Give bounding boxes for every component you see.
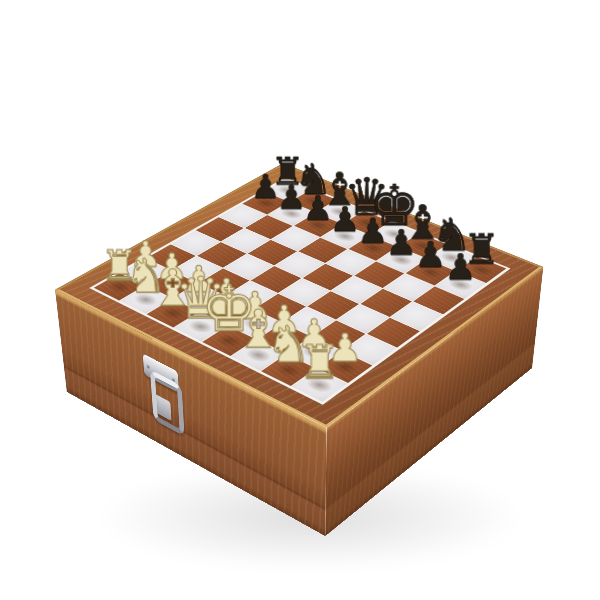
product-photo: ♜♞♝♛♚♝♞♜♟♟♟♟♟♟♟♟♟♟♟♟♟♟♟♟♜♞♝♛♚♝♞♜: [0, 0, 600, 600]
latch-screw: [172, 377, 175, 382]
square-h1: ♜: [292, 369, 348, 402]
latch-catch: [155, 394, 172, 421]
white-rook-h1: ♜: [273, 311, 366, 385]
latch-hoop: [150, 369, 185, 436]
latch-plate: [143, 353, 179, 393]
scene: ♜♞♝♛♚♝♞♜♟♟♟♟♟♟♟♟♟♟♟♟♟♟♟♟♜♞♝♛♚♝♞♜: [0, 0, 600, 600]
black-pawn-h7: ♟: [418, 217, 503, 285]
latch-screw: [147, 364, 150, 369]
latch-clasp-icon: [141, 353, 183, 434]
